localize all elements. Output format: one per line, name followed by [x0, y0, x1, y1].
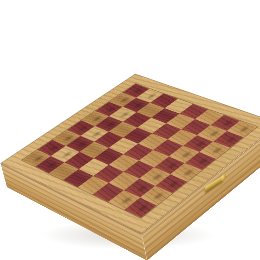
perspective-scene: ♜♞♝♛♚♝♞♜♟♟♟♟♟♟♟♟♟♟♟♟♟♟♟♟♜♞♝♛♚♝♞♜ [0, 0, 260, 260]
chess-board-box: ♜♞♝♛♚♝♞♜♟♟♟♟♟♟♟♟♟♟♟♟♟♟♟♟♜♞♝♛♚♝♞♜ [0, 74, 260, 234]
piece-white-rook-a1[interactable]: ♜ [132, 187, 152, 209]
piece-black-pawn-d7[interactable]: ♟ [89, 120, 103, 136]
piece-black-pawn-c7[interactable]: ♟ [74, 130, 88, 146]
piece-black-pawn-g7[interactable]: ♟ [131, 91, 144, 106]
piece-black-pawn-e7[interactable]: ♟ [103, 110, 117, 125]
latch-knob-icon [221, 173, 226, 183]
piece-black-pawn-b7[interactable]: ♟ [59, 140, 73, 156]
chess-set-photo: ♜♞♝♛♚♝♞♜♟♟♟♟♟♟♟♟♟♟♟♟♟♟♟♟♜♞♝♛♚♝♞♜ [0, 0, 260, 260]
piece-black-pawn-h7[interactable]: ♟ [145, 82, 158, 97]
board-top-surface: ♜♞♝♛♚♝♞♜♟♟♟♟♟♟♟♟♟♟♟♟♟♟♟♟♜♞♝♛♚♝♞♜ [0, 74, 260, 234]
piece-white-pawn-a2[interactable]: ♟ [118, 184, 134, 201]
camera-roll-wrapper: ♜♞♝♛♚♝♞♜♟♟♟♟♟♟♟♟♟♟♟♟♟♟♟♟♜♞♝♛♚♝♞♜ [0, 0, 260, 260]
piece-black-pawn-a7[interactable]: ♟ [44, 150, 58, 166]
piece-black-pawn-f7[interactable]: ♟ [117, 101, 131, 116]
